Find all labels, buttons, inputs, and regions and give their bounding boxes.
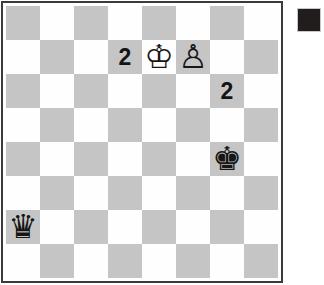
square-g7[interactable] <box>210 40 244 74</box>
square-h3[interactable] <box>244 176 278 210</box>
square-d8[interactable] <box>108 6 142 40</box>
square-d5[interactable] <box>108 108 142 142</box>
square-d2[interactable] <box>108 210 142 244</box>
square-c1[interactable] <box>74 244 108 278</box>
square-d3[interactable] <box>108 176 142 210</box>
square-h1[interactable] <box>244 244 278 278</box>
square-h4[interactable] <box>244 142 278 176</box>
square-g4[interactable]: ♚ <box>210 142 244 176</box>
square-c7[interactable] <box>74 40 108 74</box>
square-g6[interactable]: 2 <box>210 74 244 108</box>
square-e8[interactable] <box>142 6 176 40</box>
square-d1[interactable] <box>108 244 142 278</box>
square-d7[interactable]: 2 <box>108 40 142 74</box>
square-a2[interactable]: ♛ <box>6 210 40 244</box>
square-h2[interactable] <box>244 210 278 244</box>
chess-board: 2♔♙2♚♛ <box>1 1 283 283</box>
square-b3[interactable] <box>40 176 74 210</box>
chess-diagram: 2♔♙2♚♛ <box>0 0 324 285</box>
square-g2[interactable] <box>210 210 244 244</box>
square-a6[interactable] <box>6 74 40 108</box>
square-b1[interactable] <box>40 244 74 278</box>
black-king: ♚ <box>212 142 242 176</box>
square-e1[interactable] <box>142 244 176 278</box>
square-h5[interactable] <box>244 108 278 142</box>
square-a8[interactable] <box>6 6 40 40</box>
white-king: ♔ <box>144 40 174 74</box>
square-g8[interactable] <box>210 6 244 40</box>
square-e5[interactable] <box>142 108 176 142</box>
square-d6[interactable] <box>108 74 142 108</box>
square-a4[interactable] <box>6 142 40 176</box>
move-number-annotation: 2 <box>221 74 234 108</box>
square-c6[interactable] <box>74 74 108 108</box>
square-e3[interactable] <box>142 176 176 210</box>
square-b2[interactable] <box>40 210 74 244</box>
square-g5[interactable] <box>210 108 244 142</box>
square-f6[interactable] <box>176 74 210 108</box>
square-b4[interactable] <box>40 142 74 176</box>
square-c8[interactable] <box>74 6 108 40</box>
square-f7[interactable]: ♙ <box>176 40 210 74</box>
black-queen: ♛ <box>8 210 38 244</box>
square-c4[interactable] <box>74 142 108 176</box>
square-e7[interactable]: ♔ <box>142 40 176 74</box>
square-f8[interactable] <box>176 6 210 40</box>
side-to-move-indicator <box>297 8 321 32</box>
square-f4[interactable] <box>176 142 210 176</box>
square-f5[interactable] <box>176 108 210 142</box>
white-pawn: ♙ <box>178 40 208 74</box>
square-c3[interactable] <box>74 176 108 210</box>
square-b6[interactable] <box>40 74 74 108</box>
square-b5[interactable] <box>40 108 74 142</box>
square-g3[interactable] <box>210 176 244 210</box>
move-number-annotation: 2 <box>119 40 132 74</box>
square-f2[interactable] <box>176 210 210 244</box>
square-b8[interactable] <box>40 6 74 40</box>
square-f3[interactable] <box>176 176 210 210</box>
square-c2[interactable] <box>74 210 108 244</box>
square-c5[interactable] <box>74 108 108 142</box>
square-e4[interactable] <box>142 142 176 176</box>
square-h8[interactable] <box>244 6 278 40</box>
square-f1[interactable] <box>176 244 210 278</box>
square-d4[interactable] <box>108 142 142 176</box>
square-h7[interactable] <box>244 40 278 74</box>
square-g1[interactable] <box>210 244 244 278</box>
square-a5[interactable] <box>6 108 40 142</box>
square-a1[interactable] <box>6 244 40 278</box>
square-a3[interactable] <box>6 176 40 210</box>
square-e6[interactable] <box>142 74 176 108</box>
square-b7[interactable] <box>40 40 74 74</box>
square-e2[interactable] <box>142 210 176 244</box>
square-h6[interactable] <box>244 74 278 108</box>
square-a7[interactable] <box>6 40 40 74</box>
